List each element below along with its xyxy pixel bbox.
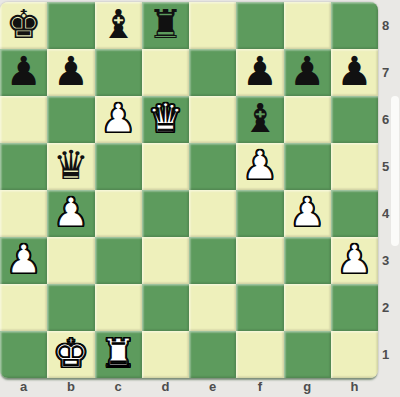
file-labels: abcdefgh (0, 377, 378, 397)
piece-white-pawn[interactable]: ♟ (336, 239, 372, 279)
square-h6[interactable] (331, 96, 378, 143)
scrollbar-thumb[interactable] (391, 96, 399, 246)
square-h7[interactable]: ♟ (331, 49, 378, 96)
square-f8[interactable] (236, 2, 283, 49)
square-d5[interactable] (142, 143, 189, 190)
square-a1[interactable] (0, 331, 47, 378)
square-c3[interactable] (95, 237, 142, 284)
rank-label-2: 2 (378, 284, 398, 331)
piece-black-queen[interactable]: ♛ (53, 145, 89, 185)
piece-black-bishop[interactable]: ♝ (242, 98, 278, 138)
page: ♚♝♜♟♟♟♟♟♟♛♝♛♟♟♟♟♟♚♜ 87654321 abcdefgh (0, 0, 400, 397)
piece-black-king[interactable]: ♚ (6, 4, 42, 44)
square-h3[interactable]: ♟ (331, 237, 378, 284)
square-d6[interactable]: ♛ (142, 96, 189, 143)
square-f6[interactable]: ♝ (236, 96, 283, 143)
square-a2[interactable] (0, 284, 47, 331)
square-c1[interactable]: ♜ (95, 331, 142, 378)
square-b7[interactable]: ♟ (47, 49, 94, 96)
square-c2[interactable] (95, 284, 142, 331)
piece-black-pawn[interactable]: ♟ (336, 51, 372, 91)
piece-white-queen[interactable]: ♛ (147, 98, 183, 138)
square-g8[interactable] (284, 2, 331, 49)
piece-black-pawn[interactable]: ♟ (242, 51, 278, 91)
chess-board: ♚♝♜♟♟♟♟♟♟♛♝♛♟♟♟♟♟♚♜ (0, 2, 378, 378)
square-e3[interactable] (189, 237, 236, 284)
square-f5[interactable]: ♟ (236, 143, 283, 190)
piece-white-pawn[interactable]: ♟ (289, 192, 325, 232)
square-h5[interactable] (331, 143, 378, 190)
square-d8[interactable]: ♜ (142, 2, 189, 49)
piece-white-rook[interactable]: ♜ (100, 333, 136, 373)
piece-white-pawn[interactable]: ♟ (242, 145, 278, 185)
piece-black-pawn[interactable]: ♟ (6, 51, 42, 91)
square-b8[interactable] (47, 2, 94, 49)
square-a3[interactable]: ♟ (0, 237, 47, 284)
square-a4[interactable] (0, 190, 47, 237)
square-c8[interactable]: ♝ (95, 2, 142, 49)
file-label-e: e (189, 377, 236, 397)
square-d3[interactable] (142, 237, 189, 284)
piece-white-pawn[interactable]: ♟ (53, 192, 89, 232)
square-e7[interactable] (189, 49, 236, 96)
square-g7[interactable]: ♟ (284, 49, 331, 96)
square-h4[interactable] (331, 190, 378, 237)
square-b5[interactable]: ♛ (47, 143, 94, 190)
file-label-d: d (142, 377, 189, 397)
square-g4[interactable]: ♟ (284, 190, 331, 237)
square-g3[interactable] (284, 237, 331, 284)
square-d7[interactable] (142, 49, 189, 96)
square-e2[interactable] (189, 284, 236, 331)
square-c6[interactable]: ♟ (95, 96, 142, 143)
square-e6[interactable] (189, 96, 236, 143)
file-label-g: g (284, 377, 331, 397)
piece-white-pawn[interactable]: ♟ (6, 239, 42, 279)
square-b1[interactable]: ♚ (47, 331, 94, 378)
square-e8[interactable] (189, 2, 236, 49)
file-label-f: f (236, 377, 283, 397)
piece-black-bishop[interactable]: ♝ (100, 4, 136, 44)
rank-label-8: 8 (378, 2, 398, 49)
rank-label-1: 1 (378, 331, 398, 378)
square-f1[interactable] (236, 331, 283, 378)
square-d4[interactable] (142, 190, 189, 237)
rank-label-7: 7 (378, 49, 398, 96)
square-c7[interactable] (95, 49, 142, 96)
piece-white-king[interactable]: ♚ (53, 333, 89, 373)
square-a7[interactable]: ♟ (0, 49, 47, 96)
piece-black-pawn[interactable]: ♟ (289, 51, 325, 91)
square-e4[interactable] (189, 190, 236, 237)
piece-white-pawn[interactable]: ♟ (100, 98, 136, 138)
square-a8[interactable]: ♚ (0, 2, 47, 49)
square-g5[interactable] (284, 143, 331, 190)
piece-black-rook[interactable]: ♜ (147, 4, 183, 44)
square-b3[interactable] (47, 237, 94, 284)
square-b6[interactable] (47, 96, 94, 143)
square-h8[interactable] (331, 2, 378, 49)
square-a6[interactable] (0, 96, 47, 143)
square-e5[interactable] (189, 143, 236, 190)
square-f7[interactable]: ♟ (236, 49, 283, 96)
square-c4[interactable] (95, 190, 142, 237)
square-c5[interactable] (95, 143, 142, 190)
square-f4[interactable] (236, 190, 283, 237)
square-f3[interactable] (236, 237, 283, 284)
file-label-b: b (47, 377, 94, 397)
square-b4[interactable]: ♟ (47, 190, 94, 237)
piece-black-pawn[interactable]: ♟ (53, 51, 89, 91)
square-b2[interactable] (47, 284, 94, 331)
square-e1[interactable] (189, 331, 236, 378)
square-g6[interactable] (284, 96, 331, 143)
file-label-h: h (331, 377, 378, 397)
square-h1[interactable] (331, 331, 378, 378)
square-a5[interactable] (0, 143, 47, 190)
square-f2[interactable] (236, 284, 283, 331)
square-h2[interactable] (331, 284, 378, 331)
square-d1[interactable] (142, 331, 189, 378)
file-label-c: c (95, 377, 142, 397)
square-g1[interactable] (284, 331, 331, 378)
square-g2[interactable] (284, 284, 331, 331)
file-label-a: a (0, 377, 47, 397)
square-d2[interactable] (142, 284, 189, 331)
